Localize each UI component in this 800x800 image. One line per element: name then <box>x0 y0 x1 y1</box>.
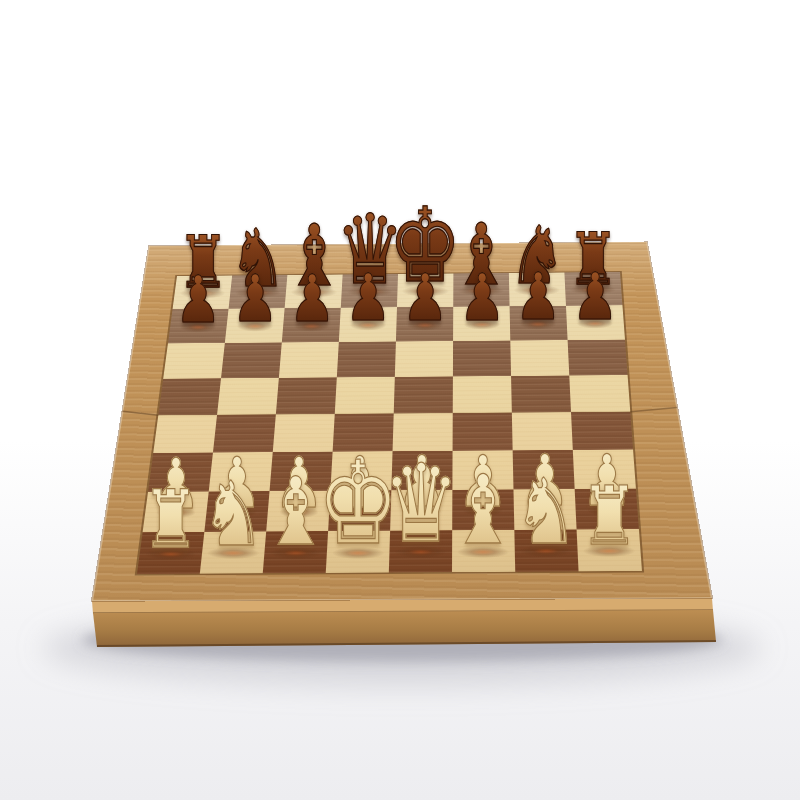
piece-dark-pawn-g7[interactable]: ♟ <box>515 264 561 329</box>
piece-dark-pawn-f7[interactable]: ♟ <box>458 265 504 330</box>
piece-light-rook-h1[interactable]: ♜ <box>580 476 638 557</box>
piece-light-king-d1[interactable]: ♚ <box>317 445 399 560</box>
piece-light-bishop-f1[interactable]: ♝ <box>450 463 518 558</box>
piece-dark-pawn-c7[interactable]: ♟ <box>288 266 334 331</box>
piece-light-knight-b1[interactable]: ♞ <box>202 470 266 559</box>
piece-dark-pawn-d7[interactable]: ♟ <box>345 266 391 331</box>
piece-dark-pawn-e7[interactable]: ♟ <box>402 265 448 330</box>
piece-dark-pawn-h7[interactable]: ♟ <box>572 264 618 329</box>
chess-set-photo: ♜♞♝♛♚♝♞♜♟♟♟♟♟♟♟♟♟♟♟♟♟♟♟♟♜♞♝♚♛♝♞♜ <box>0 0 800 800</box>
piece-light-knight-g1[interactable]: ♞ <box>514 467 578 557</box>
pieces-layer: ♜♞♝♛♚♝♞♜♟♟♟♟♟♟♟♟♟♟♟♟♟♟♟♟♜♞♝♚♛♝♞♜ <box>0 0 800 800</box>
piece-dark-pawn-b7[interactable]: ♟ <box>232 267 278 332</box>
piece-light-rook-a1[interactable]: ♜ <box>142 479 199 559</box>
piece-dark-pawn-a7[interactable]: ♟ <box>175 267 221 332</box>
